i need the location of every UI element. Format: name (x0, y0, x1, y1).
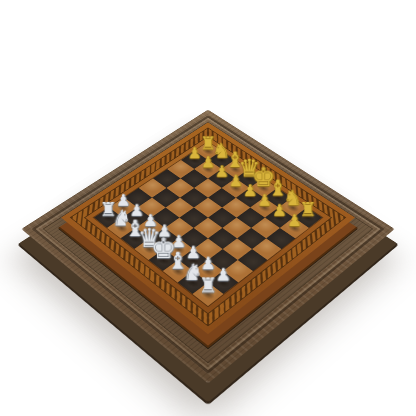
chess-board: ♜♞♝♛♚♝♞♜♟♟♟♟♟♟♟♟♟♟♟♟♟♟♟♟♜♞♝♛♚♝♞♜ (61, 122, 355, 334)
pawn-icon: ♟ (229, 173, 243, 189)
pawn-icon: ♟ (188, 146, 202, 161)
pawn-icon: ♟ (257, 193, 271, 209)
pawn-icon: ♟ (215, 164, 229, 180)
pawn-icon: ♟ (215, 266, 230, 283)
scene: ♜♞♝♛♚♝♞♜♟♟♟♟♟♟♟♟♟♟♟♟♟♟♟♟♜♞♝♛♚♝♞♜ (0, 0, 416, 416)
rook-icon: ♜ (299, 200, 316, 219)
studio-background: ♜♞♝♛♚♝♞♜♟♟♟♟♟♟♟♟♟♟♟♟♟♟♟♟♜♞♝♛♚♝♞♜ (0, 0, 416, 416)
rook-icon: ♜ (199, 275, 217, 296)
pawn-icon: ♟ (243, 183, 257, 199)
pawn-icon: ♟ (201, 155, 215, 170)
pawn-icon: ♟ (272, 203, 286, 219)
chess-set: ♜♞♝♛♚♝♞♜♟♟♟♟♟♟♟♟♟♟♟♟♟♟♟♟♜♞♝♛♚♝♞♜ (21, 109, 394, 383)
pawn-icon: ♟ (287, 213, 302, 229)
